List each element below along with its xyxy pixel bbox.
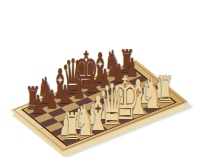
product-photo-scene: ♜♞♝♛♚♝♞♜♟♟♟♟♟♟♟♟♟♟♟♟♟♟♟♟♜♞♝♛♚♝♞♜	[0, 0, 200, 162]
